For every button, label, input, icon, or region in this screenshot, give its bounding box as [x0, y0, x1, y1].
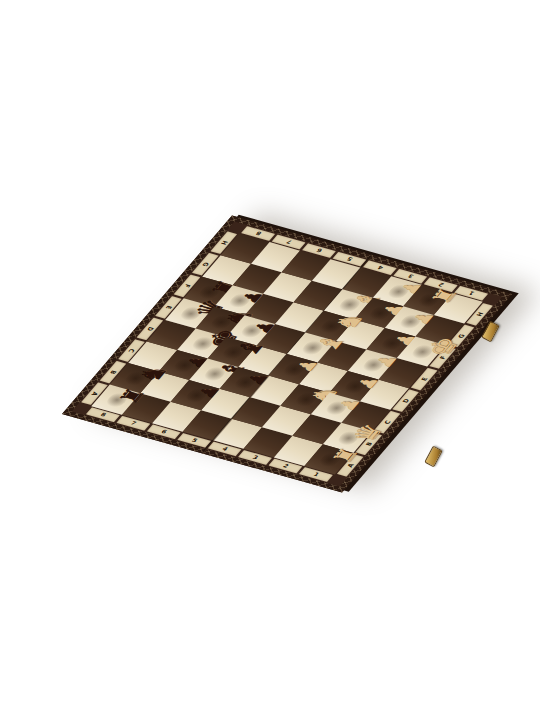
board-frame: ABCDEFGH ABCDEFGH 87654321 87654321 ♜♞♛♜…: [72, 222, 502, 487]
chess-set-photo: ABCDEFGH ABCDEFGH 87654321 87654321 ♜♞♛♜…: [0, 0, 540, 720]
brass-clasp: [424, 446, 443, 468]
chess-board: ABCDEFGH ABCDEFGH 87654321 87654321 ♜♞♛♜…: [62, 216, 512, 493]
